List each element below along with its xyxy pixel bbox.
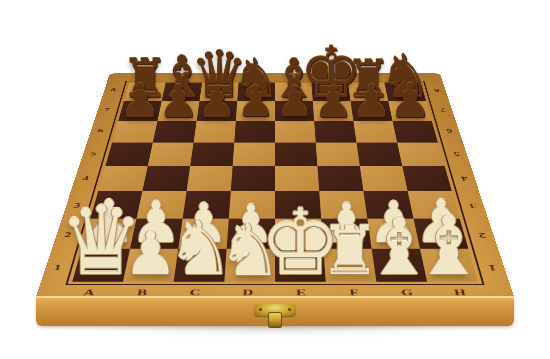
rank-label-right-7: 7: [432, 107, 453, 112]
square-b5[interactable]: [148, 143, 194, 166]
square-c5[interactable]: [190, 143, 234, 166]
black-pawn-g7[interactable]: ♟: [351, 78, 392, 123]
rank-label-left-6: 6: [90, 128, 112, 134]
rank-label-right-4: 4: [452, 175, 476, 182]
square-b4[interactable]: [142, 166, 190, 191]
chess-set-photo: 87654321 87654321 ABCDEFGH ♜♝♛♞♝♚♜♞♟♟♟♟♟…: [0, 0, 550, 359]
square-e5[interactable]: [275, 143, 317, 166]
box-front-edge: [36, 296, 514, 326]
black-pawn-c7[interactable]: ♟: [197, 80, 236, 124]
square-f4[interactable]: [317, 166, 363, 191]
rank-label-left-5: 5: [82, 150, 105, 156]
square-f5[interactable]: [316, 143, 360, 166]
square-e4[interactable]: [275, 166, 319, 191]
square-a5[interactable]: [105, 143, 152, 166]
brass-latch: [254, 304, 296, 326]
square-d4[interactable]: [231, 166, 275, 191]
square-d5[interactable]: [233, 143, 275, 166]
black-pawn-b7[interactable]: ♟: [158, 78, 199, 123]
square-c4[interactable]: [187, 166, 233, 191]
rank-label-right-5: 5: [445, 150, 468, 156]
square-h5[interactable]: [397, 143, 444, 166]
black-pawn-e7[interactable]: ♟: [276, 81, 314, 123]
square-g4[interactable]: [360, 166, 408, 191]
brass-latch-knob: [268, 312, 282, 328]
black-pawn-h7[interactable]: ♟: [389, 77, 431, 124]
rank-label-left-4: 4: [74, 175, 98, 182]
black-pawn-f7[interactable]: ♟: [313, 80, 352, 124]
white-bishop-h1[interactable]: ♝: [412, 205, 486, 287]
rank-label-right-6: 6: [438, 128, 460, 134]
black-pawn-a7[interactable]: ♟: [119, 77, 161, 124]
black-pawn-d7[interactable]: ♟: [236, 81, 274, 123]
rank-label-left-7: 7: [97, 107, 118, 112]
square-g5[interactable]: [356, 143, 402, 166]
